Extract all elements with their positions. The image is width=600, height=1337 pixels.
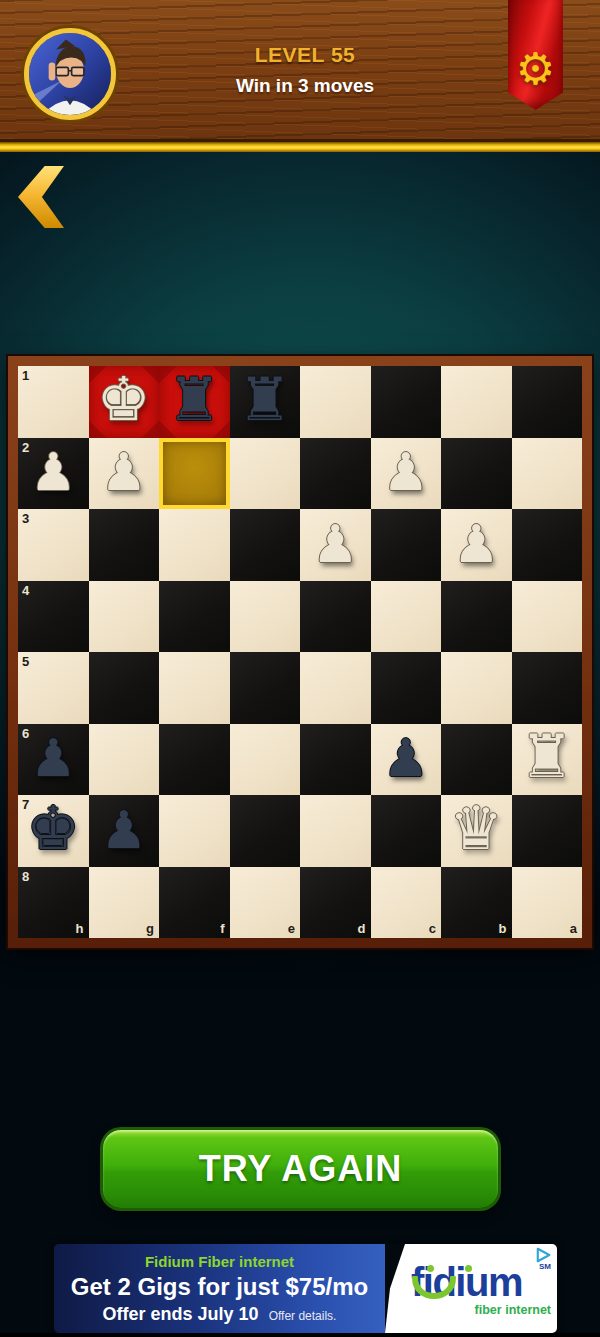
black-pawn-h6[interactable]: ♟	[30, 732, 77, 784]
square-d3[interactable]: ♟	[300, 509, 371, 581]
square-e7[interactable]	[230, 795, 301, 867]
square-h5[interactable]: 5	[18, 652, 89, 724]
ad-headline: Get 2 Gigs for just $75/mo	[71, 1273, 368, 1301]
square-e6[interactable]	[230, 724, 301, 796]
app-screen: LEVEL 55 Win in 3 moves ⚙ 1♚♜♜2♟♟♟3♟♟456…	[0, 0, 600, 1337]
square-c2[interactable]: ♟	[371, 438, 442, 510]
file-label-c: c	[429, 921, 436, 936]
gear-icon[interactable]: ⚙	[516, 47, 555, 91]
black-pawn-c6[interactable]: ♟	[382, 732, 429, 784]
ad-kicker: Fidium Fiber internet	[145, 1253, 294, 1270]
square-a6[interactable]: ♜	[512, 724, 583, 796]
avatar[interactable]	[24, 28, 116, 120]
fidium-tagline: fiber internet	[475, 1303, 551, 1317]
square-g7[interactable]: ♟	[89, 795, 160, 867]
ad-logo-panel: fidium SM fiber internet	[385, 1244, 557, 1333]
logo-i-dot	[465, 1265, 472, 1272]
square-g3[interactable]	[89, 509, 160, 581]
square-g8[interactable]: g	[89, 867, 160, 939]
white-pawn-b3[interactable]: ♟	[453, 518, 500, 570]
file-label-f: f	[220, 921, 224, 936]
rank-label-1: 1	[22, 368, 29, 383]
white-queen-b7[interactable]: ♛	[449, 798, 503, 858]
white-pawn-g2[interactable]: ♟	[100, 446, 147, 498]
square-e8[interactable]: e	[230, 867, 301, 939]
square-d7[interactable]	[300, 795, 371, 867]
square-b4[interactable]	[441, 581, 512, 653]
ad-banner[interactable]: Fidium Fiber internet Get 2 Gigs for jus…	[54, 1244, 557, 1333]
ad-offer-details[interactable]: Offer details.	[269, 1309, 337, 1323]
white-king-g1[interactable]: ♚	[97, 369, 151, 429]
square-f5[interactable]	[159, 652, 230, 724]
rank-label-6: 6	[22, 726, 29, 741]
rank-label-4: 4	[22, 583, 29, 598]
square-b7[interactable]: ♛	[441, 795, 512, 867]
square-d4[interactable]	[300, 581, 371, 653]
white-rook-a6[interactable]: ♜	[520, 726, 574, 786]
settings-ribbon[interactable]: ⚙	[508, 0, 563, 110]
black-king-h7[interactable]: ♚	[26, 798, 80, 858]
square-f6[interactable]	[159, 724, 230, 796]
square-a8[interactable]: a	[512, 867, 583, 939]
square-e5[interactable]	[230, 652, 301, 724]
ad-copy: Fidium Fiber internet Get 2 Gigs for jus…	[54, 1244, 385, 1333]
file-label-g: g	[146, 921, 154, 936]
back-button[interactable]	[16, 164, 68, 230]
square-a3[interactable]	[512, 509, 583, 581]
square-d5[interactable]	[300, 652, 371, 724]
square-d8[interactable]: d	[300, 867, 371, 939]
bottom-strip	[0, 1333, 600, 1337]
square-a4[interactable]	[512, 581, 583, 653]
square-g5[interactable]	[89, 652, 160, 724]
square-c5[interactable]	[371, 652, 442, 724]
square-g1[interactable]: ♚	[89, 366, 160, 438]
square-g6[interactable]	[89, 724, 160, 796]
back-chevron-icon	[18, 166, 64, 228]
ad-subline: Offer ends July 10Offer details.	[103, 1304, 337, 1325]
square-b2[interactable]	[441, 438, 512, 510]
square-e2[interactable]	[230, 438, 301, 510]
white-pawn-c2[interactable]: ♟	[382, 446, 429, 498]
square-a7[interactable]	[512, 795, 583, 867]
logo-sm-mark: SM	[539, 1262, 551, 1271]
file-label-d: d	[358, 921, 366, 936]
header-gold-divider	[0, 139, 600, 152]
square-c1[interactable]	[371, 366, 442, 438]
objective-label: Win in 3 moves	[236, 75, 374, 97]
square-e1[interactable]: ♜	[230, 366, 301, 438]
square-e4[interactable]	[230, 581, 301, 653]
chess-board: 1♚♜♜2♟♟♟3♟♟456♟♟♜7♚♟♛8hgfedcba	[8, 356, 592, 948]
square-b1[interactable]	[441, 366, 512, 438]
black-pawn-g7[interactable]: ♟	[100, 804, 147, 856]
square-f4[interactable]	[159, 581, 230, 653]
file-label-h: h	[76, 921, 84, 936]
adchoices-icon[interactable]	[535, 1247, 553, 1263]
square-d6[interactable]	[300, 724, 371, 796]
square-f2[interactable]	[159, 438, 230, 510]
square-h1[interactable]: 1	[18, 366, 89, 438]
square-f3[interactable]	[159, 509, 230, 581]
avatar-portrait	[29, 33, 111, 115]
square-c3[interactable]	[371, 509, 442, 581]
square-b5[interactable]	[441, 652, 512, 724]
try-again-button[interactable]: TRY AGAIN	[103, 1130, 498, 1208]
black-rook-e1[interactable]: ♜	[238, 369, 292, 429]
square-a1[interactable]	[512, 366, 583, 438]
square-f7[interactable]	[159, 795, 230, 867]
black-rook-f1[interactable]: ♜	[167, 369, 221, 429]
square-d2[interactable]	[300, 438, 371, 510]
square-d1[interactable]	[300, 366, 371, 438]
white-pawn-d3[interactable]: ♟	[312, 518, 359, 570]
logo-u-swoosh	[411, 1276, 457, 1306]
square-b8[interactable]: b	[441, 867, 512, 939]
square-h2[interactable]: 2♟	[18, 438, 89, 510]
square-g4[interactable]	[89, 581, 160, 653]
ad-offer-ends: Offer ends July 10	[103, 1304, 259, 1324]
logo-i-dot	[427, 1265, 434, 1272]
rank-label-7: 7	[22, 797, 29, 812]
rank-label-8: 8	[22, 869, 29, 884]
square-h8[interactable]: 8h	[18, 867, 89, 939]
square-c7[interactable]	[371, 795, 442, 867]
rank-label-2: 2	[22, 440, 29, 455]
square-f1[interactable]: ♜	[159, 366, 230, 438]
square-c4[interactable]	[371, 581, 442, 653]
square-a5[interactable]	[512, 652, 583, 724]
white-pawn-h2[interactable]: ♟	[30, 446, 77, 498]
square-h4[interactable]: 4	[18, 581, 89, 653]
square-c8[interactable]: c	[371, 867, 442, 939]
file-label-a: a	[570, 921, 577, 936]
square-e3[interactable]	[230, 509, 301, 581]
square-a2[interactable]	[512, 438, 583, 510]
rank-label-5: 5	[22, 654, 29, 669]
square-h7[interactable]: 7♚	[18, 795, 89, 867]
file-label-e: e	[288, 921, 295, 936]
square-c6[interactable]: ♟	[371, 724, 442, 796]
level-label: LEVEL 55	[255, 43, 356, 67]
square-b6[interactable]	[441, 724, 512, 796]
square-b3[interactable]: ♟	[441, 509, 512, 581]
square-g2[interactable]: ♟	[89, 438, 160, 510]
file-label-b: b	[499, 921, 507, 936]
square-f8[interactable]: f	[159, 867, 230, 939]
board-grid: 1♚♜♜2♟♟♟3♟♟456♟♟♜7♚♟♛8hgfedcba	[18, 366, 582, 938]
square-h6[interactable]: 6♟	[18, 724, 89, 796]
top-bar: LEVEL 55 Win in 3 moves ⚙	[0, 0, 600, 139]
square-h3[interactable]: 3	[18, 509, 89, 581]
header-texts: LEVEL 55 Win in 3 moves	[130, 0, 480, 139]
rank-label-3: 3	[22, 511, 29, 526]
